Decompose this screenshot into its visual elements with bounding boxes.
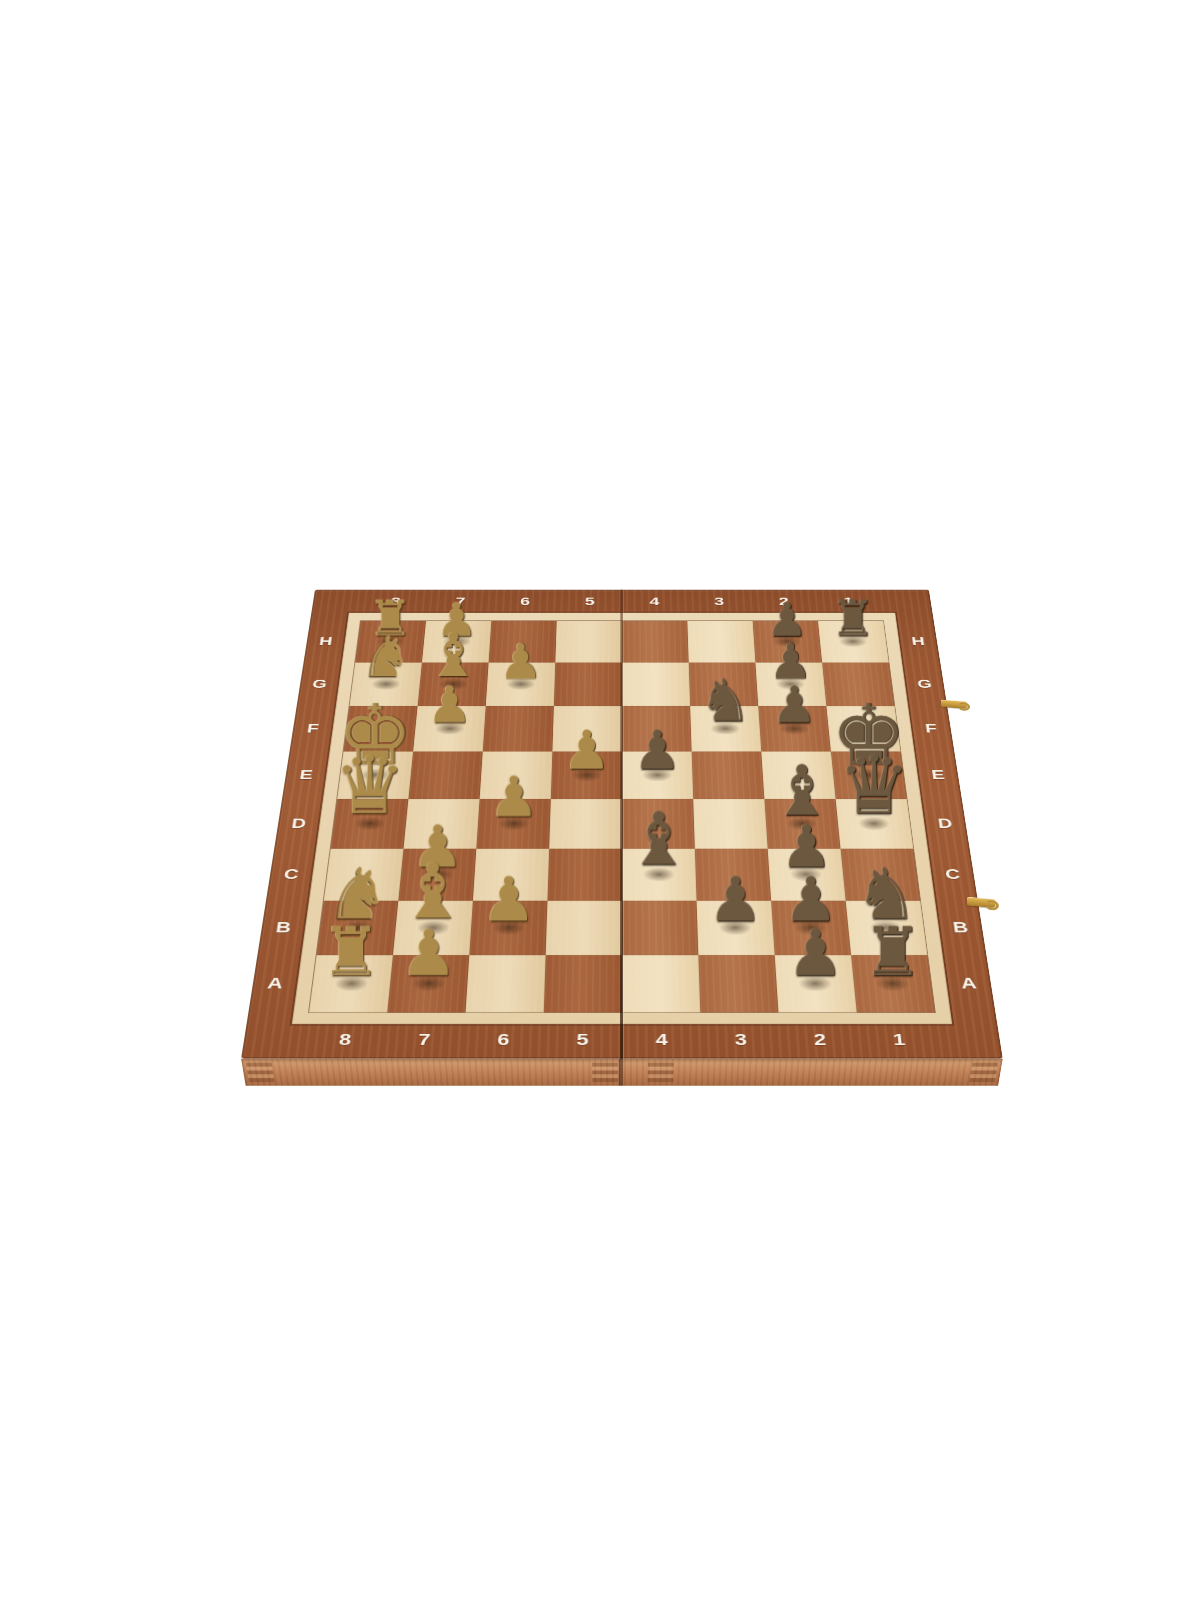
rank-label-top-5: 5: [573, 594, 606, 610]
finger-joint: [969, 1063, 998, 1082]
square-h6[interactable]: [489, 621, 557, 663]
square-g4[interactable]: [622, 663, 690, 707]
photo-stage: 8765432187654321HGFEDCBAHGFEDCBA ♜♞♛♚♞♜♟…: [0, 0, 1200, 1600]
rank-label-top-1: 1: [831, 594, 865, 610]
square-g6[interactable]: [486, 663, 556, 707]
pawn-glyph: ♟: [371, 922, 487, 986]
square-g8[interactable]: [349, 663, 421, 707]
board-front-edge: [241, 1059, 1003, 1086]
finger-joint: [648, 1063, 674, 1082]
square-g7[interactable]: [418, 663, 489, 707]
square-f5[interactable]: [552, 706, 622, 751]
square-h8[interactable]: [355, 621, 426, 663]
file-label-left-H: H: [308, 633, 343, 650]
queen-glyph: ♛: [316, 745, 424, 825]
queen-glyph: ♛: [820, 745, 928, 825]
rank-label-top-6: 6: [508, 594, 541, 610]
file-label-left-G: G: [301, 675, 337, 692]
pawn-glyph: ♟: [460, 770, 568, 826]
file-label-right-G: G: [906, 675, 942, 692]
square-h2[interactable]: [753, 621, 822, 663]
square-g2[interactable]: [755, 663, 826, 707]
rank-label-top-8: 8: [378, 594, 412, 610]
square-h4[interactable]: [622, 621, 689, 663]
square-g3[interactable]: [689, 663, 759, 707]
file-label-right-F: F: [913, 719, 950, 737]
file-label-right-H: H: [901, 633, 936, 650]
file-label-left-F: F: [294, 719, 331, 737]
pawn-glyph: ♟: [452, 868, 565, 929]
finger-joint: [592, 1063, 618, 1082]
square-f7[interactable]: [413, 706, 486, 751]
square-e4[interactable]: [622, 752, 693, 799]
square-g5[interactable]: [554, 663, 622, 707]
square-f4[interactable]: [622, 706, 692, 751]
chess-board: 8765432187654321HGFEDCBAHGFEDCBA ♜♞♛♚♞♜♟…: [241, 590, 1003, 1059]
square-h5[interactable]: [555, 621, 622, 663]
rank-label-top-7: 7: [443, 594, 477, 610]
square-h7[interactable]: [422, 621, 491, 663]
rook-glyph: ♜: [835, 918, 951, 986]
rank-label-top-2: 2: [767, 594, 801, 610]
finger-joint: [246, 1063, 275, 1082]
rank-label-top-3: 3: [703, 594, 736, 610]
square-h1[interactable]: [818, 621, 889, 663]
rank-label-top-4: 4: [638, 594, 671, 610]
front-hinge-notch: [619, 1059, 623, 1086]
square-f3[interactable]: [690, 706, 761, 751]
square-g1[interactable]: [822, 663, 894, 707]
square-f6[interactable]: [483, 706, 554, 751]
board-scene: 8765432187654321HGFEDCBAHGFEDCBA ♜♞♛♚♞♜♟…: [240, 417, 1004, 1181]
bishop-glyph: ♝: [604, 804, 715, 877]
square-h3[interactable]: [687, 621, 755, 663]
